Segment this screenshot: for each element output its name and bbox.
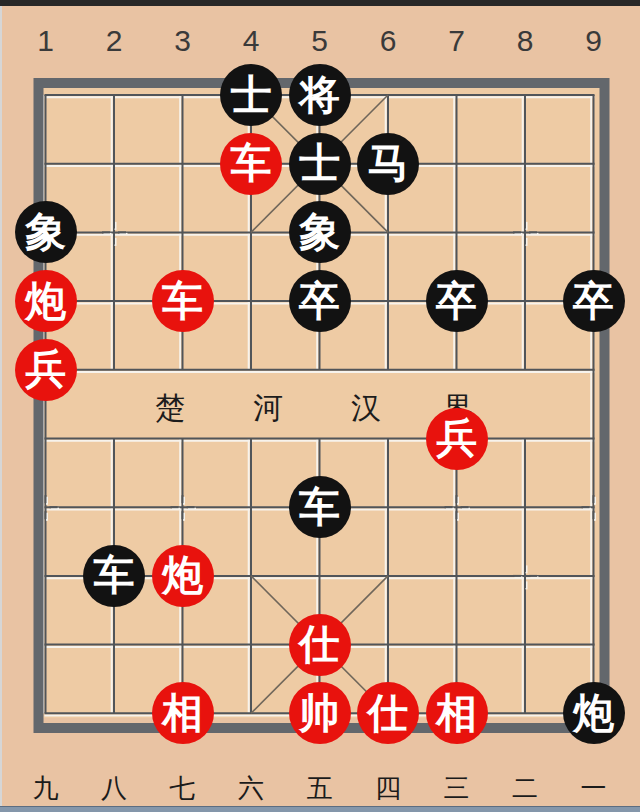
file-label-bottom-2: 八: [94, 771, 134, 806]
red-soldier-piece[interactable]: 兵: [15, 339, 77, 401]
river-label-1: 楚: [150, 388, 190, 429]
black-cannon-piece[interactable]: 炮: [563, 682, 625, 744]
file-label-top-4: 4: [231, 24, 271, 58]
file-label-top-8: 8: [505, 24, 545, 58]
red-soldier-piece[interactable]: 兵: [426, 408, 488, 470]
red-general-piece[interactable]: 帅: [289, 682, 351, 744]
file-label-bottom-8: 二: [505, 771, 545, 806]
red-advisor-piece[interactable]: 仕: [289, 614, 351, 676]
red-chariot-piece[interactable]: 车: [152, 270, 214, 332]
black-general-piece[interactable]: 将: [289, 64, 351, 126]
river-label-3: 汉: [346, 388, 386, 429]
river-label-2: 河: [248, 388, 288, 429]
red-elephant-piece[interactable]: 相: [152, 682, 214, 744]
black-advisor-piece[interactable]: 士: [289, 133, 351, 195]
file-label-top-7: 7: [437, 24, 477, 58]
black-soldier-piece[interactable]: 卒: [289, 270, 351, 332]
file-label-top-6: 6: [368, 24, 408, 58]
file-label-top-1: 1: [26, 24, 66, 58]
red-advisor-piece[interactable]: 仕: [357, 682, 419, 744]
red-elephant-piece[interactable]: 相: [426, 682, 488, 744]
red-cannon-piece[interactable]: 炮: [152, 545, 214, 607]
screenshot-root: 123456789 楚河汉界 士将车士马象象炮车卒卒卒兵兵车车炮仕相帅仕相炮 九…: [0, 0, 640, 812]
black-elephant-piece[interactable]: 象: [289, 201, 351, 263]
file-label-bottom-6: 四: [368, 771, 408, 806]
file-label-top-5: 5: [300, 24, 340, 58]
file-label-bottom-7: 三: [437, 771, 477, 806]
file-label-top-2: 2: [94, 24, 134, 58]
red-cannon-piece[interactable]: 炮: [15, 270, 77, 332]
file-label-bottom-3: 七: [163, 771, 203, 806]
file-label-bottom-1: 九: [26, 771, 66, 806]
file-label-top-3: 3: [163, 24, 203, 58]
file-label-top-9: 9: [574, 24, 614, 58]
file-label-bottom-4: 六: [231, 771, 271, 806]
black-advisor-piece[interactable]: 士: [220, 64, 282, 126]
bottom-edge-bar: [0, 806, 640, 812]
black-horse-piece[interactable]: 马: [357, 133, 419, 195]
black-chariot-piece[interactable]: 车: [289, 476, 351, 538]
black-soldier-piece[interactable]: 卒: [426, 270, 488, 332]
file-label-bottom-9: 一: [574, 771, 614, 806]
black-soldier-piece[interactable]: 卒: [563, 270, 625, 332]
black-elephant-piece[interactable]: 象: [15, 201, 77, 263]
black-chariot-piece[interactable]: 车: [83, 545, 145, 607]
red-chariot-piece[interactable]: 车: [220, 133, 282, 195]
file-label-bottom-5: 五: [300, 771, 340, 806]
